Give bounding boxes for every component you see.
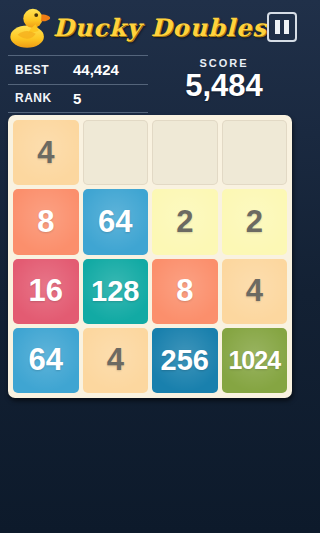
tile-64-r2c2: 64 (83, 189, 149, 254)
tile-64-r4c1: 64 (13, 328, 79, 393)
tile-1024-r4c4: 1024 (222, 328, 288, 393)
rubber-duck-icon (7, 4, 53, 52)
rank-value: 5 (73, 90, 81, 107)
tile-8-r3c3: 8 (152, 259, 218, 324)
score-value: 5,484 (185, 69, 263, 103)
pause-button[interactable] (267, 12, 297, 42)
tile-4-r1c1: 4 (13, 120, 79, 185)
tile-2-r2c3: 2 (152, 189, 218, 254)
tile-256-r4c3: 256 (152, 328, 218, 393)
game-board[interactable]: 48642216128846442561024 (8, 115, 292, 398)
rank-label: RANK (8, 91, 73, 105)
tile-2-r2c4: 2 (222, 189, 288, 254)
app-title: Ducky Doubles (53, 13, 267, 42)
best-value: 44,424 (73, 61, 119, 78)
empty-cell-r1c3 (152, 120, 218, 185)
best-label: BEST (8, 63, 73, 77)
best-row: BEST 44,424 (8, 55, 148, 84)
tile-4-r4c2: 4 (83, 328, 149, 393)
score-panel: SCORE 5,484 (148, 55, 300, 113)
tile-8-r2c1: 8 (13, 189, 79, 254)
empty-cell-r1c2 (83, 120, 149, 185)
tile-128-r3c2: 128 (83, 259, 149, 324)
pause-icon (284, 20, 289, 34)
app-header: Ducky Doubles (0, 0, 300, 54)
stats-panel: BEST 44,424 RANK 5 SCORE 5,484 (0, 55, 300, 113)
tile-16-r3c1: 16 (13, 259, 79, 324)
tile-4-r3c4: 4 (222, 259, 288, 324)
best-rank-panel: BEST 44,424 RANK 5 (8, 55, 148, 113)
pause-icon (275, 20, 280, 34)
rank-row: RANK 5 (8, 84, 148, 113)
empty-cell-r1c4 (222, 120, 288, 185)
